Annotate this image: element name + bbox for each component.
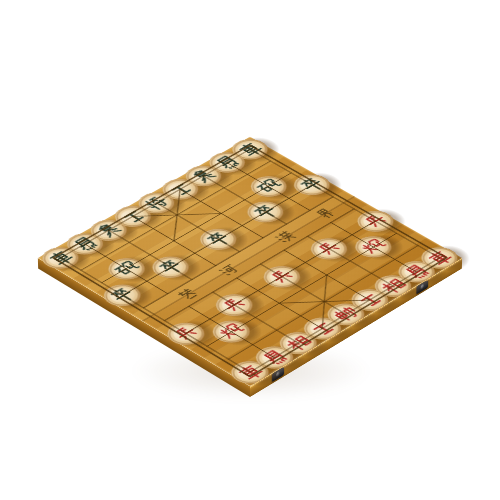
product-photo-scene xyxy=(0,0,500,500)
xiangqi-board[interactable] xyxy=(38,137,462,387)
board-grid xyxy=(38,137,462,387)
